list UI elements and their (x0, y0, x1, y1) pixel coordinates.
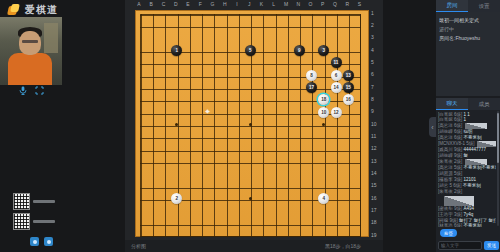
row-label: 10 (371, 121, 377, 127)
right-panel: ‹ 房间 设置 最初一间相关定式 进行中 房间名:Fhuoyeshu 聊天 成员… (436, 0, 500, 252)
board-section: ABCDEFGHIJKLMNOPQRS 12345678910111213141… (125, 0, 383, 252)
chat-user-name: [高艺洋 6级] (438, 135, 464, 140)
chat-image-thumbnail[interactable] (465, 123, 487, 129)
column-label: K (257, 1, 267, 7)
row-label: 11 (371, 133, 376, 139)
tab-chat[interactable]: 聊天 (436, 98, 468, 110)
stone-black-11: 11 (331, 57, 342, 68)
column-label: F (195, 1, 205, 7)
column-label: Q (330, 1, 340, 7)
chat-user-name: [胡艺 5 6级] (438, 183, 463, 188)
stone-white-6: 6 (331, 70, 342, 81)
board-row-labels: 12345678910111213141516171819 (369, 10, 381, 240)
chat-image-thumbnail[interactable] (465, 159, 487, 165)
tab-room[interactable]: 房间 (436, 0, 468, 12)
qr-caption (33, 220, 55, 223)
tab-settings[interactable]: 设置 (468, 0, 500, 12)
row-label: 13 (371, 158, 377, 164)
room-name: 房间名:Fhuoyeshu (439, 34, 497, 43)
chat-user-name: [高艺洋 5级] (438, 165, 464, 170)
chat-user-name: [胡思源 5级] (438, 171, 462, 176)
room-title: 最初一间相关定式 (439, 16, 497, 25)
logo-text: 爱棋道 (25, 3, 58, 17)
column-label: E (183, 1, 193, 7)
stone-white-8: 8 (306, 70, 317, 81)
chat-scrollbar[interactable] (497, 111, 500, 226)
chat-user-name: [柯暄 9级] (438, 218, 459, 223)
column-label: I (232, 1, 242, 7)
chat-message-text: 聪明 (464, 129, 473, 134)
row-label: 17 (371, 207, 377, 213)
row-label: 14 (371, 170, 377, 176)
go-board[interactable]: ✦ 12345689101112131415161718 (135, 10, 369, 237)
row-label: 16 (371, 195, 377, 201)
column-label: D (171, 1, 181, 7)
stone-black-13: 13 (343, 70, 354, 81)
chat-message-text: 不要复制 (464, 135, 482, 140)
row-label: 3 (371, 34, 374, 40)
chat-user-name: [胡屹嵘 6级] (438, 129, 464, 134)
webcam-video (0, 17, 62, 85)
column-label: C (159, 1, 169, 7)
app-root: 爱棋道 ABCDEFGHIJKLMNOPQRS 1234567891011121… (0, 0, 500, 252)
row-label: 18 (371, 219, 377, 225)
chat-message: [林嘉浩 6级] 不要复制 (438, 223, 496, 227)
board-column-labels: ABCDEFGHIJKLMNOPQRS (135, 0, 375, 9)
chat-message-text: A494 (464, 206, 475, 211)
row-label: 1 (371, 10, 374, 16)
chat-user-name: [高艺洋 6级] (438, 124, 464, 129)
column-label: R (342, 1, 352, 7)
chat-message-text: 444447777 (464, 147, 487, 152)
chat-message-text: 不要复制 (464, 223, 482, 227)
stone-black-9: 9 (294, 45, 305, 56)
person-head (19, 31, 41, 55)
qr-code (13, 193, 30, 210)
stone-white-10: 10 (318, 107, 329, 118)
row-label: 9 (371, 108, 374, 114)
row-label: 15 (371, 182, 377, 188)
star-point (249, 123, 252, 126)
person-glasses (22, 40, 38, 43)
row-label: 12 (371, 145, 377, 151)
chat-message-text: 蟹 (464, 153, 469, 158)
column-label: N (293, 1, 303, 7)
stone-white-12: 12 (331, 107, 342, 118)
send-button[interactable]: 发送 (484, 241, 499, 250)
answer-button[interactable]: 抢答 (440, 229, 457, 237)
chat-message-list: [白嘉妮 6级] 1 1[白嘉妮 6级] 1[高艺洋 6级] [胡屹嵘 6级] … (436, 110, 500, 227)
chat-message-text: 不要复制 (463, 183, 481, 188)
column-label: J (244, 1, 254, 7)
chat-message-text: 不要复制不要复制 (464, 165, 496, 170)
chat-image-thumbnail[interactable] (444, 196, 474, 206)
tab-members[interactable]: 成员 (468, 98, 500, 110)
room-tabbar: 房间 设置 (436, 0, 500, 12)
chat-input[interactable] (438, 241, 482, 250)
app-logo: 爱棋道 (7, 2, 58, 17)
row-label: 4 (371, 47, 374, 53)
row-label: 6 (371, 71, 374, 77)
row-label: 7 (371, 84, 374, 90)
column-label: L (269, 1, 279, 7)
chat-user-name: [胡屹嵘 9级] (438, 153, 464, 158)
column-label: A (134, 1, 144, 7)
chat-message-text: 7y4q (464, 212, 474, 217)
room-status: 进行中 (439, 25, 497, 34)
app-store-icon[interactable] (44, 237, 53, 246)
chat-scrollbar-thumb[interactable] (497, 113, 500, 163)
move-count-label: 黑18步，白18步 (325, 243, 361, 249)
qr-caption (33, 200, 55, 203)
fullscreen-icon[interactable] (35, 86, 44, 95)
chat-user-name: [朱嘉依 2级] (438, 189, 462, 194)
chat-user-name: [MCNXXV8-1 5级] (438, 141, 476, 146)
board-mode-label: 分析图 (131, 243, 146, 249)
row-label: 8 (371, 96, 374, 102)
chat-user-name: [林嘉浩 6级] (438, 223, 464, 227)
column-label: H (220, 1, 230, 7)
row-label: 2 (371, 22, 374, 28)
board-footer-bar: 分析图 黑18步，白18步 (125, 240, 383, 252)
panel-collapse-handle[interactable]: ‹ (429, 117, 436, 137)
chat-user-name: [槿栎李 3级] (438, 177, 464, 182)
chat-section: 聊天 成员 [白嘉妮 6级] 1 1[白嘉妮 6级] 1[高艺洋 6级] [胡屹… (436, 98, 500, 252)
chat-user-name: [白嘉妮 6级] (438, 112, 464, 117)
stone-black-15: 15 (343, 82, 354, 93)
room-info-section: 房间 设置 最初一间相关定式 进行中 房间名:Fhuoyeshu (436, 0, 500, 96)
chat-user-name: [戚高川 9级] (438, 147, 464, 152)
chat-user-name: [白嘉妮 6级] (438, 117, 464, 122)
chat-user-name: [朱嘉依 2级] (438, 159, 464, 164)
chat-message-text: 1 1 (464, 112, 470, 117)
background-door (44, 23, 58, 53)
board-cursor-marker: ✦ (204, 108, 210, 115)
person-body (8, 53, 52, 85)
chat-tabbar: 聊天 成员 (436, 98, 500, 110)
chat-image-thumbnail[interactable] (477, 141, 496, 147)
logo-icon (7, 4, 21, 16)
column-label: B (146, 1, 156, 7)
app-store-icon[interactable] (30, 237, 39, 246)
chat-user-name: [王浩宇 3级] (438, 212, 464, 217)
stone-white-14: 14 (331, 82, 342, 93)
chat-message-text: 1 (464, 117, 467, 122)
room-info: 最初一间相关定式 进行中 房间名:Fhuoyeshu (436, 12, 500, 43)
row-label: 5 (371, 59, 374, 65)
column-label: O (306, 1, 316, 7)
chat-message-text: 蟹打了 蟹打了 蟹打了 (459, 218, 496, 223)
video-controls (0, 86, 62, 95)
microphone-icon[interactable] (19, 86, 27, 95)
chat-user-name: [谢依彤 9级] (438, 206, 464, 211)
row-label: 19 (371, 232, 377, 238)
qr-code (13, 213, 30, 230)
chat-message-text: 12101 (464, 177, 477, 182)
chat-input-row: 发送 (436, 239, 500, 252)
chat-message: [朱嘉依 2级] (438, 189, 496, 206)
column-label: P (318, 1, 328, 7)
column-label: S (355, 1, 365, 7)
column-label: M (281, 1, 291, 7)
stone-black-5: 5 (245, 45, 256, 56)
column-label: G (208, 1, 218, 7)
